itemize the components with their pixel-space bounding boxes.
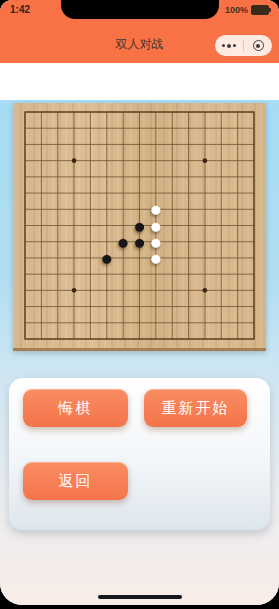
more-options-button[interactable] bbox=[215, 35, 243, 56]
back-button[interactable]: 返回 bbox=[23, 462, 128, 500]
battery-percent-label: 100% bbox=[225, 5, 248, 15]
battery-group: 100% bbox=[225, 5, 269, 15]
gomoku-board[interactable]: ●●●●●●●● bbox=[13, 103, 266, 351]
exit-button[interactable] bbox=[244, 35, 272, 56]
phone-device-frame: 1:42 100% 双人对战 ●●●●●●●● bbox=[0, 0, 279, 609]
battery-icon bbox=[251, 5, 269, 15]
board-grid: ●●●●●●●● bbox=[25, 112, 254, 339]
control-panel: 悔棋 重新开始 返回 bbox=[9, 378, 270, 530]
status-time: 1:42 bbox=[10, 4, 30, 15]
home-indicator bbox=[98, 595, 182, 599]
undo-button[interactable]: 悔棋 bbox=[23, 389, 128, 427]
header-bar: 1:42 100% 双人对战 bbox=[0, 0, 279, 63]
page-content: ●●●●●●●● 悔棋 重新开始 返回 bbox=[0, 63, 279, 605]
app-screen: 1:42 100% 双人对战 ●●●●●●●● bbox=[0, 0, 279, 605]
camera-notch bbox=[61, 0, 219, 19]
miniprogram-capsule bbox=[215, 35, 272, 56]
restart-button[interactable]: 重新开始 bbox=[144, 389, 247, 427]
more-dots-icon bbox=[222, 44, 236, 48]
target-circle-icon bbox=[253, 40, 264, 51]
